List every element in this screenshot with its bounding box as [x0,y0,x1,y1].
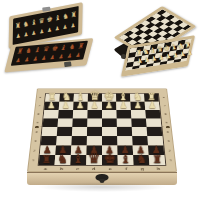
rank-label-2: 2 [31,149,37,152]
square-g6 [131,110,146,118]
rank-label-7: 7 [37,104,43,107]
stored-piece: ♟ [137,58,143,65]
stored-piece: ♞ [25,47,33,55]
piece-dark-bishop: ♝ [120,153,131,165]
stored-piece: ♟ [144,56,150,63]
piece-light-pawn: ♟ [76,101,84,110]
square-d7: ♟ [88,102,102,110]
square-a6 [43,110,58,118]
stored-piece: ♞ [23,20,29,28]
square-b7: ♟ [59,102,74,110]
stored-piece: ♟ [31,30,36,37]
piece-dark-rook: ♜ [152,154,162,165]
rank-label-4: 4 [165,130,171,133]
square-d1: ♛ [86,155,102,165]
stored-piece: ♜ [15,22,21,30]
file-label-f: f [118,166,134,171]
square-g5 [131,118,146,127]
square-h4 [147,127,163,136]
rank-label-7: 7 [162,104,168,107]
product-photo: ♜♞♝♛♚♝♞♜♟♟♟♟♟♟♟♟ ♜♞♝♛♚♝♞♜♟♟♟♟♟♟♟♟ ♜♞♝♛♚♝… [0,0,200,200]
file-label-c: c [70,166,86,171]
rank-label-6: 6 [36,113,42,116]
piece-light-pawn: ♟ [148,101,156,110]
square-c7: ♟ [73,102,88,110]
folded-board-view: ♜♞♝♛♚♝♞♜♟♟♟♟♟♟♟♟ [116,12,200,84]
stored-piece: ♟ [47,27,52,34]
stored-piece: ♝ [33,47,41,55]
piece-light-pawn: ♟ [105,101,113,110]
file-label-d: d [86,166,102,171]
open-case-view: ♜♞♝♛♚♝♞♜♟♟♟♟♟♟♟♟ ♜♞♝♛♚♝♞♜♟♟♟♟♟♟♟♟ [0,1,101,83]
case-base-felt: ♜♞♝♛♚♝♞♜♟♟♟♟♟♟♟♟ [11,41,88,66]
rank-label-4: 4 [34,130,40,133]
stored-piece: ♜ [16,48,24,56]
rank-label-2: 2 [167,149,173,152]
piece-dark-knight: ♞ [57,153,68,165]
rank-label-5: 5 [35,121,41,124]
square-a7: ♟ [44,102,59,110]
square-b6 [58,110,73,118]
rank-label-6: 6 [163,113,169,116]
square-h6 [145,110,160,118]
stored-piece: ♟ [58,54,64,60]
square-d4 [87,127,102,136]
square-e6 [102,110,117,118]
stored-piece: ♟ [63,24,68,31]
stored-piece: ♟ [165,53,171,60]
stored-piece: ♚ [51,45,59,53]
case-lid-felt: ♜♞♝♛♚♝♞♜♟♟♟♟♟♟♟♟ [13,6,79,45]
stored-piece: ♝ [59,44,67,52]
square-b1: ♞ [55,155,71,165]
stored-piece: ♟ [49,54,55,60]
square-b5 [57,118,72,127]
piece-dark-queen: ♛ [88,151,100,165]
square-f7: ♟ [116,102,131,110]
stored-piece: ♟ [151,55,157,62]
square-d6 [87,110,102,118]
square-e4 [102,127,117,136]
stored-piece: ♟ [158,54,164,61]
piece-dark-bishop: ♝ [73,153,84,165]
stored-piece: ♟ [15,57,21,63]
stored-piece: ♟ [179,51,185,58]
square-e1: ♚ [102,155,118,165]
stored-piece: ♟ [55,26,60,33]
square-h1: ♜ [149,155,166,165]
square-h7: ♟ [145,102,160,110]
square-a5 [43,118,59,127]
square-f6 [116,110,131,118]
square-e5 [102,118,117,127]
square-f4 [117,127,132,136]
stored-piece: ♟ [24,57,30,63]
stored-piece: ♟ [66,53,72,59]
stored-piece: ♛ [42,46,50,54]
stored-piece: ♞ [68,44,76,52]
file-label-a: a [37,166,54,171]
piece-light-pawn: ♟ [47,101,55,110]
stored-piece: ♝ [55,14,61,22]
stored-piece: ♟ [32,56,38,62]
stored-piece: ♛ [39,17,45,25]
stored-piece: ♜ [77,43,85,51]
rank-label-1: 1 [30,159,36,162]
stored-piece: ♟ [41,55,47,61]
file-labels: abcdefgh [37,166,167,171]
stored-piece: ♟ [16,33,21,40]
file-label-e: e [102,166,118,171]
stored-piece: ♟ [23,32,28,39]
square-g1: ♞ [133,155,149,165]
square-f5 [117,118,132,127]
rank-label-8: 8 [161,96,167,98]
stored-piece: ♚ [47,15,53,23]
square-c6 [73,110,88,118]
clasp-icon [64,61,72,67]
piece-light-pawn: ♟ [91,101,99,110]
stored-piece: ♟ [186,50,192,57]
chess-board-frame: ♜♞♝♛♚♝♞♜♟♟♟♟♟♟♟♟♟♟♟♟♟♟♟♟♜♞♝♛♚♝♞♜ abcdefg… [27,88,177,172]
stored-piece: ♝ [31,19,37,27]
square-a4 [42,127,58,136]
square-c1: ♝ [70,155,86,165]
stored-piece: ♟ [172,52,178,59]
stored-piece: ♜ [70,11,76,19]
square-c5 [72,118,87,127]
rank-label-8: 8 [38,96,44,98]
rank-label-3: 3 [166,140,172,143]
chess-board-grid: ♜♞♝♛♚♝♞♜♟♟♟♟♟♟♟♟♟♟♟♟♟♟♟♟♜♞♝♛♚♝♞♜ [38,93,167,165]
piece-light-pawn: ♟ [120,101,128,110]
rank-label-5: 5 [164,121,170,124]
stored-piece: ♞ [62,12,68,20]
stored-piece: ♟ [39,29,44,36]
square-e7: ♟ [102,102,116,110]
square-a1: ♜ [39,155,56,165]
file-label-b: b [53,166,69,171]
square-c4 [72,127,87,136]
square-h5 [146,118,162,127]
clasp-knob-icon [121,54,126,59]
square-g7: ♟ [130,102,145,110]
rank-label-1: 1 [168,159,174,162]
square-d5 [87,118,102,127]
file-label-h: h [150,166,167,171]
piece-dark-rook: ♜ [42,154,52,165]
square-b4 [57,127,73,136]
clasp-icon [96,174,109,181]
piece-light-pawn: ♟ [62,101,70,110]
piece-light-pawn: ♟ [134,101,142,110]
piece-dark-king: ♚ [104,151,116,165]
stored-piece: ♟ [75,52,81,58]
piece-dark-knight: ♞ [136,153,147,165]
square-g4 [132,127,148,136]
square-f1: ♝ [118,155,134,165]
ground-shadow [37,182,167,192]
stored-piece: ♟ [70,23,75,30]
rank-label-3: 3 [32,140,38,143]
file-label-g: g [134,166,150,171]
